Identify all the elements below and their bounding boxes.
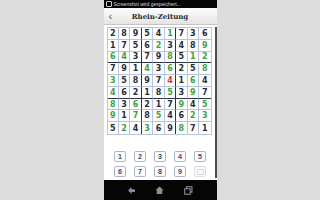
cell-r4c7[interactable]: 2: [176, 63, 187, 75]
cell-r6c3[interactable]: 2: [130, 87, 141, 99]
cell-r6c9[interactable]: 7: [199, 87, 210, 99]
numpad-key-2[interactable]: 2: [134, 151, 146, 162]
scrollbar[interactable]: [215, 27, 217, 178]
cell-r9c1[interactable]: 5: [108, 122, 119, 134]
cell-r9c8[interactable]: 7: [188, 122, 199, 134]
cell-r4c5[interactable]: 3: [153, 63, 164, 75]
android-nav-bar: [104, 180, 217, 200]
cell-r8c9[interactable]: 3: [199, 110, 210, 122]
app-header: ‹ Rhein-Zeitung: [104, 8, 217, 25]
recents-icon[interactable]: [183, 185, 194, 196]
number-pad: 123456789: [104, 151, 217, 177]
cell-r4c9[interactable]: 8: [199, 63, 210, 75]
cell-r4c6[interactable]: 6: [165, 63, 176, 75]
cell-r8c6[interactable]: 4: [165, 110, 176, 122]
numpad-key-5[interactable]: 5: [194, 151, 206, 162]
cell-r1c4[interactable]: 5: [142, 28, 153, 40]
content-area: 2895417361756234896437985127914362583589…: [104, 25, 217, 180]
cell-r5c8[interactable]: 6: [188, 75, 199, 87]
numpad-key-3[interactable]: 3: [154, 151, 166, 162]
numpad-key-8[interactable]: 8: [154, 166, 166, 177]
cell-r6c8[interactable]: 9: [188, 87, 199, 99]
cell-r1c9[interactable]: 6: [199, 28, 210, 40]
cell-r9c5[interactable]: 6: [153, 122, 164, 134]
numpad-key-6[interactable]: 6: [114, 166, 126, 177]
cell-r2c6[interactable]: 3: [165, 40, 176, 52]
cell-r7c7[interactable]: 9: [176, 99, 187, 111]
cell-r6c1[interactable]: 4: [108, 87, 119, 99]
cell-r4c1[interactable]: 7: [108, 63, 119, 75]
cell-r4c4[interactable]: 4: [142, 63, 153, 75]
cell-r7c6[interactable]: 7: [165, 99, 176, 111]
cell-r3c6[interactable]: 8: [165, 52, 176, 64]
cell-r8c1[interactable]: 9: [108, 110, 119, 122]
cell-r9c7[interactable]: 8: [176, 122, 187, 134]
cell-r5c9[interactable]: 4: [199, 75, 210, 87]
status-text: Screenshot wird gespeichert...: [114, 2, 181, 7]
cell-r3c4[interactable]: 7: [142, 52, 153, 64]
erase-button[interactable]: [194, 166, 206, 177]
cell-r3c2[interactable]: 4: [119, 52, 130, 64]
cell-r3c3[interactable]: 3: [130, 52, 141, 64]
screenshot-icon: [106, 1, 112, 7]
cell-r9c2[interactable]: 2: [119, 122, 130, 134]
numpad-key-9[interactable]: 9: [174, 166, 186, 177]
cell-r4c2[interactable]: 9: [119, 63, 130, 75]
cell-r5c5[interactable]: 7: [153, 75, 164, 87]
erase-icon: [197, 169, 204, 175]
cell-r1c5[interactable]: 4: [153, 28, 164, 40]
cell-r5c4[interactable]: 9: [142, 75, 153, 87]
cell-r6c7[interactable]: 3: [176, 87, 187, 99]
cell-r4c8[interactable]: 5: [188, 63, 199, 75]
cell-r5c7[interactable]: 1: [176, 75, 187, 87]
cell-r3c8[interactable]: 1: [188, 52, 199, 64]
cell-r2c8[interactable]: 8: [188, 40, 199, 52]
cell-r8c4[interactable]: 8: [142, 110, 153, 122]
cell-r3c9[interactable]: 2: [199, 52, 210, 64]
cell-r1c7[interactable]: 7: [176, 28, 187, 40]
cell-r2c2[interactable]: 7: [119, 40, 130, 52]
cell-r6c2[interactable]: 6: [119, 87, 130, 99]
cell-r2c9[interactable]: 9: [199, 40, 210, 52]
cell-r9c4[interactable]: 3: [142, 122, 153, 134]
cell-r6c5[interactable]: 8: [153, 87, 164, 99]
cell-r4c3[interactable]: 1: [130, 63, 141, 75]
cell-r8c7[interactable]: 6: [176, 110, 187, 122]
cell-r2c4[interactable]: 6: [142, 40, 153, 52]
cell-r1c1[interactable]: 2: [108, 28, 119, 40]
cell-r9c3[interactable]: 4: [130, 122, 141, 134]
cell-r8c5[interactable]: 5: [153, 110, 164, 122]
cell-r1c2[interactable]: 8: [119, 28, 130, 40]
cell-r9c9[interactable]: 1: [199, 122, 210, 134]
cell-r1c6[interactable]: 1: [165, 28, 176, 40]
cell-r3c7[interactable]: 5: [176, 52, 187, 64]
cell-r9c6[interactable]: 9: [165, 122, 176, 134]
sudoku-board: 2895417361756234896437985127914362583589…: [107, 27, 212, 135]
back-icon[interactable]: [126, 185, 137, 196]
cell-r5c6[interactable]: 4: [165, 75, 176, 87]
cell-r7c3[interactable]: 6: [130, 99, 141, 111]
cell-r7c1[interactable]: 8: [108, 99, 119, 111]
cell-r8c2[interactable]: 1: [119, 110, 130, 122]
page-title: Rhein-Zeitung: [104, 12, 217, 21]
numpad-key-4[interactable]: 4: [174, 151, 186, 162]
cell-r7c9[interactable]: 5: [199, 99, 210, 111]
cell-r5c1[interactable]: 3: [108, 75, 119, 87]
numpad-key-1[interactable]: 1: [114, 151, 126, 162]
cell-r2c5[interactable]: 2: [153, 40, 164, 52]
cell-r3c1[interactable]: 6: [108, 52, 119, 64]
cell-r8c8[interactable]: 2: [188, 110, 199, 122]
cell-r5c3[interactable]: 8: [130, 75, 141, 87]
cell-r7c2[interactable]: 3: [119, 99, 130, 111]
cell-r5c2[interactable]: 5: [119, 75, 130, 87]
status-bar: Screenshot wird gespeichert...: [104, 0, 217, 8]
cell-r3c5[interactable]: 9: [153, 52, 164, 64]
cell-r2c1[interactable]: 1: [108, 40, 119, 52]
cell-r2c3[interactable]: 5: [130, 40, 141, 52]
home-icon[interactable]: [154, 185, 165, 196]
cell-r7c8[interactable]: 4: [188, 99, 199, 111]
cell-r6c4[interactable]: 1: [142, 87, 153, 99]
cell-r7c5[interactable]: 1: [153, 99, 164, 111]
cell-r6c6[interactable]: 5: [165, 87, 176, 99]
cell-r8c3[interactable]: 7: [130, 110, 141, 122]
cell-r1c3[interactable]: 9: [130, 28, 141, 40]
cell-r2c7[interactable]: 4: [176, 40, 187, 52]
phone-screen: Screenshot wird gespeichert... ‹ Rhein-Z…: [104, 0, 217, 200]
numpad-key-7[interactable]: 7: [134, 166, 146, 177]
cell-r7c4[interactable]: 2: [142, 99, 153, 111]
cell-r1c8[interactable]: 3: [188, 28, 199, 40]
